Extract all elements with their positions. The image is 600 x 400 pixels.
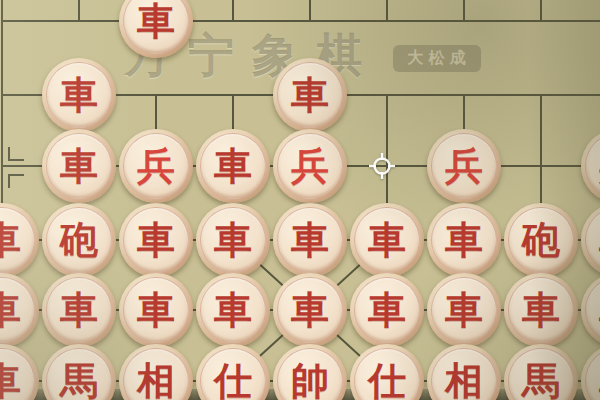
piece-chariot-c9r8[interactable]: 車 (581, 203, 600, 277)
piece-face: 車 (431, 277, 497, 343)
piece-chariot-c1r9[interactable]: 車 (0, 273, 39, 347)
piece-chariot-c2r7[interactable]: 車 (42, 129, 116, 203)
piece-glyph: 車 (0, 362, 21, 400)
piece-chariot-c1r10[interactable]: 車 (0, 344, 39, 400)
piece-soldier-c9r7[interactable]: 兵 (581, 129, 600, 203)
point-mark-lower (8, 174, 24, 188)
piece-glyph: 兵 (137, 147, 175, 185)
piece-chariot-c2r9[interactable]: 車 (42, 273, 116, 347)
piece-face: 車 (354, 207, 420, 273)
piece-face: 車 (508, 277, 574, 343)
piece-face: 車 (123, 0, 189, 54)
piece-glyph: 車 (368, 291, 406, 329)
piece-glyph: 車 (214, 221, 252, 259)
piece-chariot-c9r10[interactable]: 車 (581, 344, 600, 400)
piece-chariot-c4r9[interactable]: 車 (196, 273, 270, 347)
piece-glyph: 車 (445, 221, 483, 259)
piece-glyph: 車 (60, 147, 98, 185)
piece-glyph: 相 (445, 362, 483, 400)
grid-line (2, 20, 600, 22)
grid-line (386, 0, 388, 22)
piece-face: 帥 (277, 348, 343, 400)
piece-glyph: 車 (60, 291, 98, 329)
piece-glyph: 車 (368, 221, 406, 259)
piece-glyph: 車 (60, 76, 98, 114)
piece-face: 兵 (431, 133, 497, 199)
piece-face: 車 (585, 348, 600, 400)
piece-face: 車 (200, 277, 266, 343)
piece-glyph: 砲 (522, 221, 560, 259)
piece-glyph: 仕 (214, 362, 252, 400)
piece-glyph: 車 (291, 76, 329, 114)
piece-glyph: 車 (214, 147, 252, 185)
piece-glyph: 馬 (60, 362, 98, 400)
piece-glyph: 砲 (60, 221, 98, 259)
piece-face: 車 (354, 277, 420, 343)
xiangqi-board: 万宁象棋 大松成 車車車車兵車兵兵兵車砲車車車車車砲車車車車車車車車車車車馬相仕… (0, 0, 600, 400)
piece-horse-c8r10[interactable]: 馬 (504, 344, 578, 400)
piece-face: 馬 (508, 348, 574, 400)
grid-line (78, 0, 80, 22)
piece-cannon-c8r8[interactable]: 砲 (504, 203, 578, 277)
piece-face: 仕 (354, 348, 420, 400)
piece-chariot-c9r9[interactable]: 車 (581, 273, 600, 347)
piece-chariot-c5r9[interactable]: 車 (273, 273, 347, 347)
piece-glyph: 車 (291, 221, 329, 259)
watermark-seal: 大松成 (393, 45, 481, 72)
piece-glyph: 相 (137, 362, 175, 400)
piece-glyph: 仕 (368, 362, 406, 400)
piece-glyph: 車 (0, 291, 21, 329)
piece-glyph: 車 (0, 221, 21, 259)
piece-chariot-c3r8[interactable]: 車 (119, 203, 193, 277)
piece-face: 砲 (46, 207, 112, 273)
grid-line (232, 0, 234, 22)
piece-chariot-c1r8[interactable]: 車 (0, 203, 39, 277)
piece-face: 車 (46, 133, 112, 199)
piece-face: 車 (277, 207, 343, 273)
piece-chariot-c2r6[interactable]: 車 (42, 58, 116, 132)
piece-glyph: 車 (137, 2, 175, 40)
piece-face: 兵 (585, 133, 600, 199)
piece-face: 車 (46, 277, 112, 343)
piece-face: 車 (277, 277, 343, 343)
piece-chariot-c7r9[interactable]: 車 (427, 273, 501, 347)
grid-line (1, 0, 3, 22)
piece-glyph: 兵 (291, 147, 329, 185)
piece-face: 兵 (123, 133, 189, 199)
piece-face: 車 (46, 62, 112, 128)
piece-cannon-c2r8[interactable]: 砲 (42, 203, 116, 277)
piece-face: 馬 (46, 348, 112, 400)
piece-chariot-c8r9[interactable]: 車 (504, 273, 578, 347)
piece-face: 車 (0, 207, 35, 273)
piece-glyph: 車 (522, 291, 560, 329)
piece-chariot-c3r9[interactable]: 車 (119, 273, 193, 347)
grid-line (463, 0, 465, 22)
piece-glyph: 車 (291, 291, 329, 329)
grid-line (309, 0, 311, 22)
piece-chariot-c6r9[interactable]: 車 (350, 273, 424, 347)
piece-advisor-c4r10[interactable]: 仕 (196, 344, 270, 400)
piece-glyph: 車 (445, 291, 483, 329)
piece-soldier-c5r7[interactable]: 兵 (273, 129, 347, 203)
piece-glyph: 車 (137, 221, 175, 259)
piece-face: 車 (585, 277, 600, 343)
piece-horse-c2r10[interactable]: 馬 (42, 344, 116, 400)
piece-face: 車 (123, 207, 189, 273)
piece-face: 車 (200, 133, 266, 199)
piece-chariot-c5r8[interactable]: 車 (273, 203, 347, 277)
piece-glyph: 車 (214, 291, 252, 329)
piece-soldier-c7r7[interactable]: 兵 (427, 129, 501, 203)
piece-face: 車 (123, 277, 189, 343)
piece-face: 車 (0, 277, 35, 343)
piece-face: 相 (123, 348, 189, 400)
piece-chariot-c5r6[interactable]: 車 (273, 58, 347, 132)
piece-face: 車 (585, 207, 600, 273)
point-mark-upper (8, 147, 24, 161)
piece-face: 車 (0, 348, 35, 400)
piece-chariot-c4r7[interactable]: 車 (196, 129, 270, 203)
piece-face: 砲 (508, 207, 574, 273)
piece-face: 車 (431, 207, 497, 273)
piece-glyph: 馬 (522, 362, 560, 400)
piece-face: 相 (431, 348, 497, 400)
piece-chariot-c6r8[interactable]: 車 (350, 203, 424, 277)
crosshair-cursor (364, 148, 400, 184)
piece-elephant-c3r10[interactable]: 相 (119, 344, 193, 400)
piece-soldier-c3r7[interactable]: 兵 (119, 129, 193, 203)
grid-line (540, 0, 542, 22)
piece-face: 車 (277, 62, 343, 128)
piece-glyph: 兵 (445, 147, 483, 185)
piece-face: 車 (200, 207, 266, 273)
piece-face: 兵 (277, 133, 343, 199)
piece-chariot-c7r8[interactable]: 車 (427, 203, 501, 277)
piece-general-c5r10[interactable]: 帥 (273, 344, 347, 400)
piece-glyph: 車 (137, 291, 175, 329)
piece-chariot-c4r8[interactable]: 車 (196, 203, 270, 277)
piece-elephant-c7r10[interactable]: 相 (427, 344, 501, 400)
piece-glyph: 帥 (291, 362, 329, 400)
piece-face: 仕 (200, 348, 266, 400)
piece-advisor-c6r10[interactable]: 仕 (350, 344, 424, 400)
